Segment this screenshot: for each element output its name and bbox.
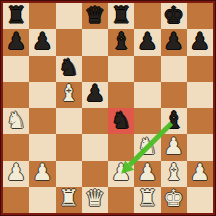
piece-white-pawn[interactable]: ♟ [190, 161, 211, 184]
square-b7[interactable]: ♟ [29, 29, 55, 55]
piece-white-rook[interactable]: ♜ [58, 187, 79, 210]
chess-board[interactable]: ♜♛♜♚♟♟♝♟♟♟♞♝♟♞♞♝♞♟♟♟♟♟♝♟♜♛♜♚ [3, 3, 213, 213]
square-a8[interactable]: ♜ [3, 3, 29, 29]
square-d2[interactable] [82, 161, 108, 187]
piece-white-pawn[interactable]: ♟ [111, 161, 132, 184]
square-a2[interactable]: ♟ [3, 161, 29, 187]
piece-black-king[interactable]: ♚ [163, 4, 184, 27]
square-h3[interactable] [187, 134, 213, 160]
square-d6[interactable] [82, 56, 108, 82]
square-f8[interactable] [134, 3, 160, 29]
square-d1[interactable]: ♛ [82, 187, 108, 213]
square-g5[interactable] [161, 82, 187, 108]
piece-black-pawn[interactable]: ♟ [32, 30, 53, 53]
square-b1[interactable] [29, 187, 55, 213]
square-e6[interactable] [108, 56, 134, 82]
square-h2[interactable]: ♟ [187, 161, 213, 187]
square-a1[interactable] [3, 187, 29, 213]
piece-black-bishop[interactable]: ♝ [163, 109, 184, 132]
square-g1[interactable]: ♚ [161, 187, 187, 213]
square-c1[interactable]: ♜ [56, 187, 82, 213]
square-b5[interactable] [29, 82, 55, 108]
piece-black-pawn[interactable]: ♟ [163, 30, 184, 53]
piece-black-bishop[interactable]: ♝ [111, 30, 132, 53]
piece-black-pawn[interactable]: ♟ [6, 30, 27, 53]
square-f4[interactable] [134, 108, 160, 134]
piece-white-bishop[interactable]: ♝ [58, 82, 79, 105]
piece-black-rook[interactable]: ♜ [6, 4, 27, 27]
square-e5[interactable] [108, 82, 134, 108]
piece-white-knight[interactable]: ♞ [6, 109, 27, 132]
square-b4[interactable] [29, 108, 55, 134]
square-g2[interactable]: ♝ [161, 161, 187, 187]
square-h4[interactable] [187, 108, 213, 134]
piece-white-pawn[interactable]: ♟ [137, 161, 158, 184]
square-b2[interactable]: ♟ [29, 161, 55, 187]
piece-black-rook[interactable]: ♜ [111, 4, 132, 27]
piece-white-queen[interactable]: ♛ [85, 187, 106, 210]
square-c4[interactable] [56, 108, 82, 134]
square-c7[interactable] [56, 29, 82, 55]
square-f1[interactable]: ♜ [134, 187, 160, 213]
square-d7[interactable] [82, 29, 108, 55]
square-a7[interactable]: ♟ [3, 29, 29, 55]
square-f7[interactable]: ♟ [134, 29, 160, 55]
board-frame: ♜♛♜♚♟♟♝♟♟♟♞♝♟♞♞♝♞♟♟♟♟♟♝♟♜♛♜♚ [0, 0, 216, 216]
square-h8[interactable] [187, 3, 213, 29]
square-c2[interactable] [56, 161, 82, 187]
square-e8[interactable]: ♜ [108, 3, 134, 29]
square-e7[interactable]: ♝ [108, 29, 134, 55]
square-g3[interactable]: ♟ [161, 134, 187, 160]
piece-black-pawn[interactable]: ♟ [85, 82, 106, 105]
square-d3[interactable] [82, 134, 108, 160]
square-e3[interactable] [108, 134, 134, 160]
square-a5[interactable] [3, 82, 29, 108]
square-e4[interactable]: ♞ [108, 108, 134, 134]
piece-white-pawn[interactable]: ♟ [163, 135, 184, 158]
square-b8[interactable] [29, 3, 55, 29]
piece-black-knight[interactable]: ♞ [111, 109, 132, 132]
square-c6[interactable]: ♞ [56, 56, 82, 82]
square-d5[interactable]: ♟ [82, 82, 108, 108]
square-c5[interactable]: ♝ [56, 82, 82, 108]
square-d8[interactable]: ♛ [82, 3, 108, 29]
square-g4[interactable]: ♝ [161, 108, 187, 134]
square-d4[interactable] [82, 108, 108, 134]
square-h7[interactable]: ♟ [187, 29, 213, 55]
square-e1[interactable] [108, 187, 134, 213]
piece-black-pawn[interactable]: ♟ [190, 30, 211, 53]
square-f6[interactable] [134, 56, 160, 82]
square-g7[interactable]: ♟ [161, 29, 187, 55]
piece-black-pawn[interactable]: ♟ [137, 30, 158, 53]
square-a6[interactable] [3, 56, 29, 82]
square-h6[interactable] [187, 56, 213, 82]
square-f5[interactable] [134, 82, 160, 108]
piece-white-pawn[interactable]: ♟ [32, 161, 53, 184]
piece-white-bishop[interactable]: ♝ [163, 161, 184, 184]
square-g6[interactable] [161, 56, 187, 82]
square-b6[interactable] [29, 56, 55, 82]
piece-white-rook[interactable]: ♜ [137, 187, 158, 210]
square-g8[interactable]: ♚ [161, 3, 187, 29]
square-b3[interactable] [29, 134, 55, 160]
piece-black-queen[interactable]: ♛ [85, 4, 106, 27]
square-a3[interactable] [3, 134, 29, 160]
square-e2[interactable]: ♟ [108, 161, 134, 187]
square-a4[interactable]: ♞ [3, 108, 29, 134]
square-c8[interactable] [56, 3, 82, 29]
piece-white-pawn[interactable]: ♟ [6, 161, 27, 184]
square-f2[interactable]: ♟ [134, 161, 160, 187]
square-h5[interactable] [187, 82, 213, 108]
piece-black-knight[interactable]: ♞ [58, 56, 79, 79]
square-c3[interactable] [56, 134, 82, 160]
piece-white-king[interactable]: ♚ [163, 187, 184, 210]
piece-white-knight[interactable]: ♞ [137, 135, 158, 158]
square-h1[interactable] [187, 187, 213, 213]
square-f3[interactable]: ♞ [134, 134, 160, 160]
